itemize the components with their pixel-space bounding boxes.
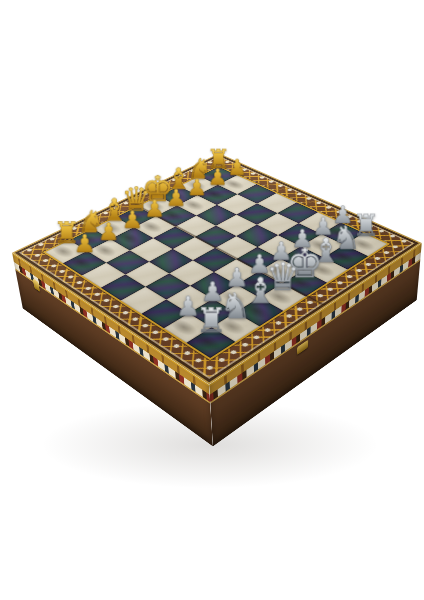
piece-silver-rook-a1[interactable]: ♜ [187, 295, 235, 346]
hinge-icon [32, 278, 39, 292]
chess-board: ♜♞♝♛♚♝♞♜♟♟♟♟♟♟♟♟♟♟♟♟♟♟♟♟♜♞♝♛♚♝♞♜ [12, 153, 422, 384]
piece-gold-pawn-a7[interactable]: ♟ [64, 222, 107, 267]
photo-scene: ♜♞♝♛♚♝♞♜♟♟♟♟♟♟♟♟♟♟♟♟♟♟♟♟♜♞♝♛♚♝♞♜ [0, 0, 424, 600]
latch-icon[interactable] [297, 340, 308, 355]
product-photo-page: { "game": "chess", "scene_description": … [0, 0, 424, 600]
